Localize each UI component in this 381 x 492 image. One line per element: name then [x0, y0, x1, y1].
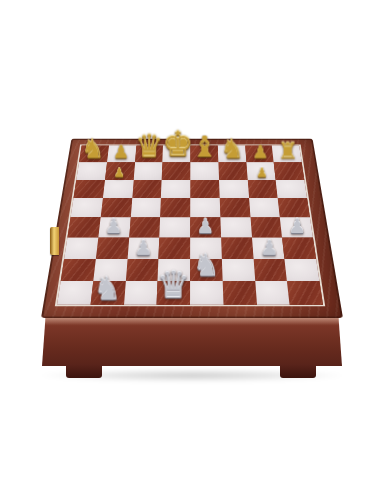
square-f1[interactable] [222, 281, 256, 305]
square-b6[interactable] [103, 180, 134, 198]
square-a1[interactable] [57, 281, 93, 305]
square-h3[interactable] [282, 237, 316, 258]
square-a4[interactable] [67, 217, 100, 237]
square-h1[interactable] [287, 281, 323, 305]
square-a3[interactable] [64, 237, 98, 258]
gold-king-d8[interactable]: ♚ [163, 127, 191, 162]
scene-caption: Overhead-front product photo of a polish… [0, 0, 1, 1]
square-b8[interactable]: ♟ [107, 146, 136, 163]
square-b7[interactable]: ♟ [105, 162, 135, 179]
gold-bishop-e8[interactable]: ♝ [190, 133, 218, 162]
square-b1[interactable]: ♞ [90, 281, 125, 305]
square-f8[interactable]: ♞ [218, 146, 246, 163]
square-g1[interactable] [255, 281, 290, 305]
silver-queen-d1[interactable]: ♛ [157, 267, 190, 304]
square-e7[interactable] [190, 162, 218, 179]
square-f7[interactable] [218, 162, 247, 179]
square-d1[interactable]: ♛ [157, 281, 190, 305]
silver-knight-e2[interactable]: ♞ [190, 250, 222, 281]
box-foot-right [280, 364, 316, 378]
gold-rook-h8[interactable]: ♜ [274, 139, 302, 161]
square-c5[interactable] [130, 198, 161, 217]
square-g4[interactable] [250, 217, 282, 237]
gold-knight-f8[interactable]: ♞ [218, 135, 246, 161]
square-a8[interactable]: ♞ [79, 146, 109, 163]
square-a7[interactable] [76, 162, 107, 179]
gold-queen-c8[interactable]: ♛ [135, 130, 163, 161]
silver-pawn-g3[interactable]: ♟ [253, 238, 284, 259]
square-c8[interactable]: ♛ [135, 146, 164, 163]
square-f4[interactable] [220, 217, 251, 237]
square-g6[interactable] [247, 180, 278, 198]
gold-knight-a8[interactable]: ♞ [79, 135, 107, 161]
square-c6[interactable] [132, 180, 162, 198]
square-c2[interactable] [125, 259, 158, 281]
square-h8[interactable]: ♜ [272, 146, 302, 163]
square-g3[interactable]: ♟ [252, 237, 285, 258]
square-h4[interactable]: ♟ [280, 217, 313, 237]
square-d4[interactable] [159, 217, 190, 237]
square-d3[interactable] [159, 237, 191, 258]
chess-box-front-panel [42, 316, 342, 366]
square-b4[interactable]: ♟ [98, 217, 130, 237]
chess-board: ♞♟♛♚♝♞♟♜♟♟♟♟♟♟♟♞♞♛ [41, 139, 343, 318]
square-h7[interactable] [274, 162, 304, 179]
silver-pawn-c3[interactable]: ♟ [127, 238, 158, 259]
gold-pawn-g8[interactable]: ♟ [246, 144, 274, 162]
square-g7[interactable]: ♟ [246, 162, 276, 179]
board-grid: ♞♟♛♚♝♞♟♜♟♟♟♟♟♟♟♞♞♛ [55, 145, 325, 307]
square-d6[interactable] [161, 180, 190, 198]
square-e6[interactable] [190, 180, 219, 198]
gold-pawn-b8[interactable]: ♟ [107, 144, 135, 162]
box-foot-left [66, 364, 102, 378]
square-h2[interactable] [285, 259, 320, 281]
square-g2[interactable] [253, 259, 287, 281]
square-d8[interactable]: ♚ [163, 146, 191, 163]
square-f5[interactable] [219, 198, 250, 217]
silver-pawn-h4[interactable]: ♟ [282, 217, 313, 237]
square-f2[interactable] [222, 259, 255, 281]
square-c1[interactable] [124, 281, 158, 305]
square-f6[interactable] [219, 180, 249, 198]
square-d5[interactable] [160, 198, 190, 217]
square-d7[interactable] [162, 162, 191, 179]
brass-latch[interactable] [50, 227, 59, 255]
gold-pawn-g7[interactable]: ♟ [247, 166, 275, 179]
square-e2[interactable]: ♞ [190, 259, 222, 281]
square-b3[interactable] [96, 237, 129, 258]
square-e4[interactable]: ♟ [190, 217, 221, 237]
square-c4[interactable] [129, 217, 161, 237]
square-c3[interactable]: ♟ [127, 237, 159, 258]
square-e1[interactable] [190, 281, 223, 305]
silver-knight-b1[interactable]: ♞ [90, 273, 123, 304]
square-f3[interactable] [221, 237, 253, 258]
board-scene: ♞♟♛♚♝♞♟♜♟♟♟♟♟♟♟♞♞♛ [41, 14, 343, 318]
square-g8[interactable]: ♟ [245, 146, 274, 163]
silver-pawn-b4[interactable]: ♟ [98, 217, 129, 237]
square-g5[interactable] [249, 198, 280, 217]
silver-pawn-e4[interactable]: ♟ [190, 217, 221, 237]
square-h6[interactable] [276, 180, 307, 198]
square-e8[interactable]: ♝ [190, 146, 218, 163]
gold-pawn-b7[interactable]: ♟ [105, 166, 133, 179]
square-a5[interactable] [71, 198, 103, 217]
square-c7[interactable] [133, 162, 162, 179]
square-a6[interactable] [74, 180, 105, 198]
